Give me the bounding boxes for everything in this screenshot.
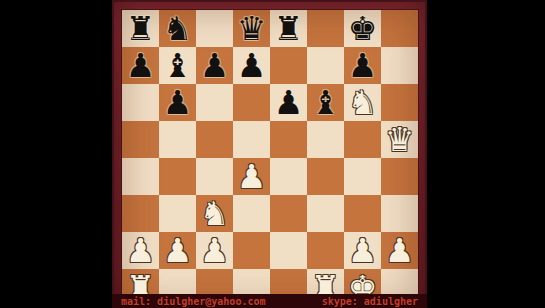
white-pawn-b2: ♟ — [163, 234, 193, 267]
white-queen-h5: ♛ — [385, 123, 415, 156]
square-a2: ♟ — [122, 232, 159, 269]
black-pawn-d7: ♟ — [237, 49, 267, 82]
mail-text: mail: diulgher@yahoo.com — [121, 296, 266, 307]
square-g6: ♞ — [344, 84, 381, 121]
square-d5 — [233, 121, 270, 158]
square-h2: ♟ — [381, 232, 418, 269]
square-h7 — [381, 47, 418, 84]
black-rook-a8: ♜ — [126, 12, 156, 45]
letterbox-left — [0, 0, 112, 308]
square-g3 — [344, 195, 381, 232]
square-b6: ♟ — [159, 84, 196, 121]
black-pawn-b6: ♟ — [163, 86, 193, 119]
square-e7 — [270, 47, 307, 84]
square-a3 — [122, 195, 159, 232]
square-f7 — [307, 47, 344, 84]
square-e3 — [270, 195, 307, 232]
square-f6: ♝ — [307, 84, 344, 121]
square-a5 — [122, 121, 159, 158]
black-bishop-f6: ♝ — [311, 86, 341, 119]
square-h3 — [381, 195, 418, 232]
square-h4 — [381, 158, 418, 195]
square-b7: ♝ — [159, 47, 196, 84]
video-frame: ♜♞♛♜♚♟♝♟♟♟♟♟♝♞♛♟♞♟♟♟♟♟♜♜♚ mail: diulgher… — [0, 0, 545, 308]
white-pawn-h2: ♟ — [385, 234, 415, 267]
square-h6 — [381, 84, 418, 121]
square-f2 — [307, 232, 344, 269]
black-pawn-g7: ♟ — [348, 49, 378, 82]
square-b2: ♟ — [159, 232, 196, 269]
square-g4 — [344, 158, 381, 195]
square-e4 — [270, 158, 307, 195]
square-d8: ♛ — [233, 10, 270, 47]
square-b5 — [159, 121, 196, 158]
square-d2 — [233, 232, 270, 269]
board-frame: ♜♞♛♜♚♟♝♟♟♟♟♟♝♞♛♟♞♟♟♟♟♟♜♜♚ mail: diulgher… — [112, 0, 427, 308]
white-pawn-c2: ♟ — [200, 234, 230, 267]
square-g5 — [344, 121, 381, 158]
square-h8 — [381, 10, 418, 47]
square-h5: ♛ — [381, 121, 418, 158]
white-pawn-d4: ♟ — [237, 160, 267, 193]
square-b3 — [159, 195, 196, 232]
square-a7: ♟ — [122, 47, 159, 84]
skype-text: skype: adiulgher — [322, 296, 418, 307]
square-a4 — [122, 158, 159, 195]
white-pawn-a2: ♟ — [126, 234, 156, 267]
square-f5 — [307, 121, 344, 158]
square-d6 — [233, 84, 270, 121]
black-pawn-a7: ♟ — [126, 49, 156, 82]
square-f8 — [307, 10, 344, 47]
chess-board: ♜♞♛♜♚♟♝♟♟♟♟♟♝♞♛♟♞♟♟♟♟♟♜♜♚ — [122, 10, 418, 306]
white-knight-c3: ♞ — [200, 197, 230, 230]
square-e2 — [270, 232, 307, 269]
square-a8: ♜ — [122, 10, 159, 47]
square-e8: ♜ — [270, 10, 307, 47]
square-c8 — [196, 10, 233, 47]
square-b4 — [159, 158, 196, 195]
black-queen-d8: ♛ — [237, 12, 267, 45]
black-rook-e8: ♜ — [274, 12, 304, 45]
square-c2: ♟ — [196, 232, 233, 269]
square-c5 — [196, 121, 233, 158]
square-b8: ♞ — [159, 10, 196, 47]
square-g7: ♟ — [344, 47, 381, 84]
square-e6: ♟ — [270, 84, 307, 121]
square-f4 — [307, 158, 344, 195]
square-c3: ♞ — [196, 195, 233, 232]
contact-bar: mail: diulgher@yahoo.com skype: adiulghe… — [112, 294, 427, 308]
square-d4: ♟ — [233, 158, 270, 195]
square-c7: ♟ — [196, 47, 233, 84]
square-e5 — [270, 121, 307, 158]
square-d7: ♟ — [233, 47, 270, 84]
square-g2: ♟ — [344, 232, 381, 269]
white-pawn-g2: ♟ — [348, 234, 378, 267]
black-pawn-e6: ♟ — [274, 86, 304, 119]
square-a6 — [122, 84, 159, 121]
square-c6 — [196, 84, 233, 121]
black-pawn-c7: ♟ — [200, 49, 230, 82]
square-g8: ♚ — [344, 10, 381, 47]
square-f3 — [307, 195, 344, 232]
black-king-g8: ♚ — [348, 12, 378, 45]
black-bishop-b7: ♝ — [163, 49, 193, 82]
square-c4 — [196, 158, 233, 195]
letterbox-right — [427, 0, 545, 308]
square-d3 — [233, 195, 270, 232]
black-knight-b8: ♞ — [163, 12, 193, 45]
white-knight-g6: ♞ — [348, 86, 378, 119]
